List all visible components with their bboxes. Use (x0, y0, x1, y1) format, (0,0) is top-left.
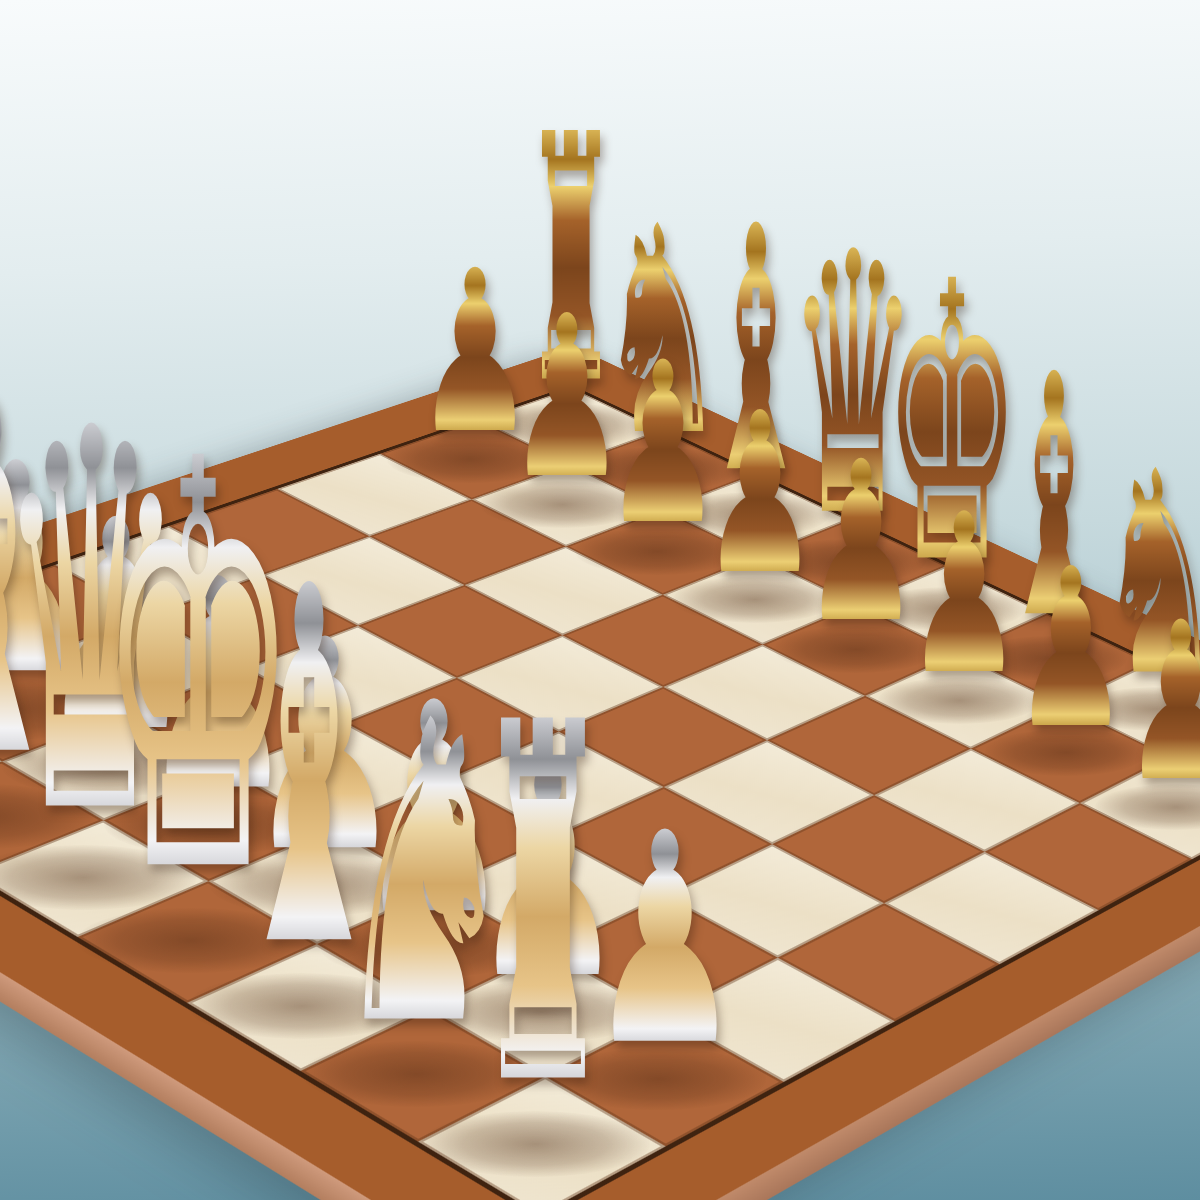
chess-photo-scene: ♜♞♝♛♚♝♞♜♟♟♟♟♟♟♟♟♟♟♟♟♟♟♟♟♜♞♝♛♚♝♞♜ (0, 0, 1200, 1200)
chess-board (0, 346, 1200, 1200)
